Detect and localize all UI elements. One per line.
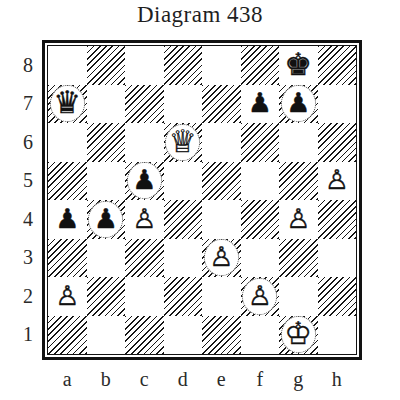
square-f4 <box>241 200 280 239</box>
piece-halo: ♟ <box>281 85 316 122</box>
square-e3: ♙ <box>202 239 241 278</box>
piece-halo: ♔ <box>281 316 316 353</box>
piece-halo: ♕ <box>165 124 200 161</box>
square-h8 <box>318 46 357 85</box>
white-pawn-g4: ♙ <box>286 205 310 232</box>
square-e5 <box>202 162 241 201</box>
square-d5 <box>164 162 203 201</box>
square-h1 <box>318 316 357 355</box>
rank-label-2: 2 <box>0 277 33 316</box>
square-c1 <box>125 316 164 355</box>
white-pawn-c4: ♙ <box>132 205 156 232</box>
square-b2 <box>87 277 126 316</box>
square-e2 <box>202 277 241 316</box>
file-labels: abcdefgh <box>48 368 356 391</box>
file-label-c: c <box>125 368 164 391</box>
white-pawn-a2: ♙ <box>55 282 79 309</box>
square-e6 <box>202 123 241 162</box>
square-g6 <box>279 123 318 162</box>
square-b3 <box>87 239 126 278</box>
white-pawn-h5: ♙ <box>325 166 349 193</box>
square-f6 <box>241 123 280 162</box>
square-c3 <box>125 239 164 278</box>
piece-halo: ♙ <box>242 278 277 315</box>
square-e8 <box>202 46 241 85</box>
square-f1 <box>241 316 280 355</box>
file-label-b: b <box>87 368 126 391</box>
square-a5 <box>48 162 87 201</box>
piece-halo: ♚ <box>282 48 315 83</box>
square-b6 <box>87 123 126 162</box>
square-b8 <box>87 46 126 85</box>
square-e4 <box>202 200 241 239</box>
white-king-g1: ♔ <box>284 318 312 349</box>
square-a6 <box>48 123 87 162</box>
white-queen-d6: ♕ <box>169 126 197 157</box>
rank-label-7: 7 <box>0 85 33 124</box>
square-h4 <box>318 200 357 239</box>
square-b4: ♟ <box>87 200 126 239</box>
rank-label-6: 6 <box>0 123 33 162</box>
square-d3 <box>164 239 203 278</box>
black-pawn-c5: ♟ <box>132 166 156 193</box>
square-h7 <box>318 85 357 124</box>
square-b7 <box>87 85 126 124</box>
file-label-a: a <box>48 368 87 391</box>
rank-label-3: 3 <box>0 239 33 278</box>
square-b5 <box>87 162 126 201</box>
chess-board: ♚♛♟♟♕♟♙♟♟♙♙♙♙♙♔ <box>47 45 357 355</box>
black-pawn-b4: ♟ <box>94 205 118 232</box>
piece-halo: ♟ <box>243 86 276 121</box>
square-g7: ♟ <box>279 85 318 124</box>
square-c2 <box>125 277 164 316</box>
square-h6 <box>318 123 357 162</box>
piece-halo: ♙ <box>320 163 353 198</box>
black-king-g8: ♚ <box>284 49 312 80</box>
square-h3 <box>318 239 357 278</box>
piece-halo: ♙ <box>51 279 84 314</box>
square-d1 <box>164 316 203 355</box>
square-a4: ♟ <box>48 200 87 239</box>
piece-halo: ♟ <box>88 201 123 238</box>
square-g2 <box>279 277 318 316</box>
square-g1: ♔ <box>279 316 318 355</box>
square-d6: ♕ <box>164 123 203 162</box>
file-label-h: h <box>318 368 357 391</box>
black-pawn-f7: ♟ <box>248 89 272 116</box>
square-c6 <box>125 123 164 162</box>
square-b1 <box>87 316 126 355</box>
piece-halo: ♟ <box>51 202 84 237</box>
square-c4: ♙ <box>125 200 164 239</box>
rank-label-4: 4 <box>0 200 33 239</box>
piece-halo: ♟ <box>127 162 162 199</box>
black-pawn-g7: ♟ <box>286 89 310 116</box>
file-label-d: d <box>164 368 203 391</box>
rank-labels: 87654321 <box>0 46 33 354</box>
square-a8 <box>48 46 87 85</box>
square-e7 <box>202 85 241 124</box>
square-a2: ♙ <box>48 277 87 316</box>
rank-label-5: 5 <box>0 162 33 201</box>
file-label-e: e <box>202 368 241 391</box>
square-g3 <box>279 239 318 278</box>
rank-label-8: 8 <box>0 46 33 85</box>
square-c8 <box>125 46 164 85</box>
square-f2: ♙ <box>241 277 280 316</box>
square-c7 <box>125 85 164 124</box>
board-frame: ♚♛♟♟♕♟♙♟♟♙♙♙♙♙♔ <box>42 40 362 360</box>
piece-halo: ♛ <box>50 85 85 122</box>
file-label-f: f <box>241 368 280 391</box>
square-h2 <box>318 277 357 316</box>
square-f7: ♟ <box>241 85 280 124</box>
piece-halo: ♙ <box>128 202 161 237</box>
square-f5 <box>241 162 280 201</box>
rank-label-1: 1 <box>0 316 33 355</box>
square-a7: ♛ <box>48 85 87 124</box>
square-d8 <box>164 46 203 85</box>
square-h5: ♙ <box>318 162 357 201</box>
piece-halo: ♙ <box>282 202 315 237</box>
white-pawn-e3: ♙ <box>209 243 233 270</box>
square-g5 <box>279 162 318 201</box>
square-f3 <box>241 239 280 278</box>
square-a3 <box>48 239 87 278</box>
square-a1 <box>48 316 87 355</box>
white-pawn-f2: ♙ <box>248 282 272 309</box>
square-c5: ♟ <box>125 162 164 201</box>
square-g4: ♙ <box>279 200 318 239</box>
diagram-title: Diagram 438 <box>0 2 400 28</box>
black-pawn-a4: ♟ <box>55 205 79 232</box>
square-e1 <box>202 316 241 355</box>
square-d4 <box>164 200 203 239</box>
square-g8: ♚ <box>279 46 318 85</box>
piece-halo: ♙ <box>204 239 239 276</box>
square-d7 <box>164 85 203 124</box>
square-f8 <box>241 46 280 85</box>
square-d2 <box>164 277 203 316</box>
file-label-g: g <box>279 368 318 391</box>
black-queen-a7: ♛ <box>53 87 81 118</box>
